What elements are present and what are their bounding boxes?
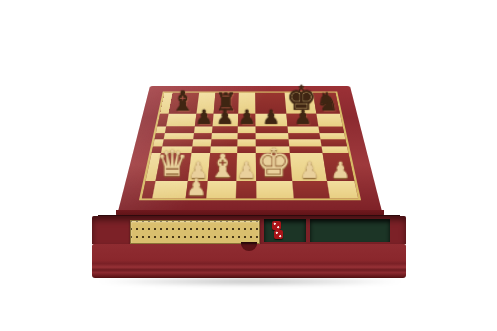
- red-die-2: [274, 230, 283, 239]
- chess-box-body: [92, 216, 406, 278]
- chess-box-lid: ♝♜♚♞♟♟♟♟♟♛♟♝♟♚♟♟♟: [117, 86, 382, 214]
- storage-compartment: [310, 219, 390, 242]
- drawer-interior: [92, 216, 406, 244]
- product-photo-scene: ♝♜♚♞♟♟♟♟♟♛♟♝♟♚♟♟♟: [0, 0, 497, 331]
- red-die-1: [272, 221, 281, 230]
- ground-shadow: [98, 277, 402, 286]
- cribbage-board: [130, 220, 260, 244]
- lid-glare-highlight: [117, 86, 382, 214]
- dice-compartment: [264, 219, 306, 242]
